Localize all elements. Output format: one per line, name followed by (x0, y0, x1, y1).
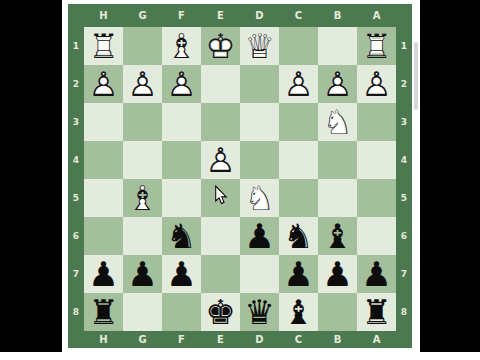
square-h5[interactable] (84, 179, 123, 217)
black-rook-piece[interactable]: ♜ (84, 293, 123, 331)
file-label-c: C (279, 4, 318, 27)
square-e1[interactable]: ♚♔ (201, 27, 240, 65)
letterbox-right-bar (420, 0, 480, 352)
square-e2[interactable] (201, 65, 240, 103)
square-f4[interactable] (162, 141, 201, 179)
file-label-d: D (240, 331, 279, 348)
square-a1[interactable]: ♜♖ (357, 27, 396, 65)
square-a3[interactable] (357, 103, 396, 141)
square-c1[interactable] (279, 27, 318, 65)
rank-label-6: 6 (68, 217, 84, 255)
square-h6[interactable] (84, 217, 123, 255)
black-pawn-piece[interactable]: ♟ (84, 255, 123, 293)
square-b7[interactable]: ♟ (318, 255, 357, 293)
file-label-f: F (162, 331, 201, 348)
square-b4[interactable] (318, 141, 357, 179)
square-f6[interactable]: ♞ (162, 217, 201, 255)
square-b6[interactable]: ♝ (318, 217, 357, 255)
black-king-piece[interactable]: ♚ (201, 293, 240, 331)
square-a2[interactable]: ♟♙ (357, 65, 396, 103)
black-pawn-piece[interactable]: ♟ (357, 255, 396, 293)
piece-outline-glyph: ♖ (84, 27, 123, 65)
rank-label-2: 2 (396, 65, 412, 103)
rank-label-7: 7 (68, 255, 84, 293)
square-c6[interactable]: ♞ (279, 217, 318, 255)
rank-label-1: 1 (396, 27, 412, 65)
piece-outline-glyph: ♗ (123, 179, 162, 217)
square-e7[interactable] (201, 255, 240, 293)
file-label-a: A (357, 4, 396, 27)
rank-label-8: 8 (396, 293, 412, 331)
black-queen-piece[interactable]: ♛ (240, 293, 279, 331)
piece-outline-glyph: ♔ (201, 27, 240, 65)
square-g8[interactable] (123, 293, 162, 331)
square-e4[interactable]: ♟♙ (201, 141, 240, 179)
rank-label-7: 7 (396, 255, 412, 293)
rank-label-3: 3 (396, 103, 412, 141)
square-b3[interactable]: ♞♘ (318, 103, 357, 141)
square-b1[interactable] (318, 27, 357, 65)
piece-outline-glyph: ♙ (123, 65, 162, 103)
square-f3[interactable] (162, 103, 201, 141)
chess-board-frame: HGFEDCBA HGFEDCBA 12345678 12345678 ♜♖♝♗… (68, 4, 412, 348)
square-h1[interactable]: ♜♖ (84, 27, 123, 65)
file-label-g: G (123, 4, 162, 27)
square-e6[interactable] (201, 217, 240, 255)
file-label-e: E (201, 4, 240, 27)
rank-label-3: 3 (68, 103, 84, 141)
white-pawn-piece[interactable]: ♟♙ (123, 65, 162, 103)
rank-label-5: 5 (68, 179, 84, 217)
square-b8[interactable] (318, 293, 357, 331)
piece-glyph: ♟ (162, 255, 201, 293)
white-pawn-piece[interactable]: ♟♙ (84, 65, 123, 103)
square-h8[interactable]: ♜ (84, 293, 123, 331)
piece-outline-glyph: ♙ (201, 141, 240, 179)
white-king-piece[interactable]: ♚♔ (201, 27, 240, 65)
piece-glyph: ♛ (240, 293, 279, 331)
piece-outline-glyph: ♙ (279, 65, 318, 103)
mouse-cursor-icon (214, 185, 228, 205)
file-labels-top: HGFEDCBA (84, 4, 396, 27)
file-label-h: H (84, 331, 123, 348)
piece-outline-glyph: ♘ (240, 179, 279, 217)
white-queen-piece[interactable]: ♛♕ (240, 27, 279, 65)
file-label-e: E (201, 331, 240, 348)
white-rook-piece[interactable]: ♜♖ (84, 27, 123, 65)
letterbox-left-bar (0, 0, 62, 352)
rank-label-2: 2 (68, 65, 84, 103)
square-b2[interactable]: ♟♙ (318, 65, 357, 103)
black-rook-piece[interactable]: ♜ (357, 293, 396, 331)
rank-label-1: 1 (68, 27, 84, 65)
square-c3[interactable] (279, 103, 318, 141)
piece-glyph: ♟ (123, 255, 162, 293)
black-pawn-piece[interactable]: ♟ (279, 255, 318, 293)
piece-glyph: ♞ (162, 217, 201, 255)
square-a8[interactable]: ♜ (357, 293, 396, 331)
rank-label-4: 4 (68, 141, 84, 179)
file-label-f: F (162, 4, 201, 27)
piece-outline-glyph: ♙ (318, 65, 357, 103)
file-labels-bottom: HGFEDCBA (84, 331, 396, 348)
black-bishop-piece[interactable]: ♝ (279, 293, 318, 331)
white-pawn-piece[interactable]: ♟♙ (318, 65, 357, 103)
square-f8[interactable] (162, 293, 201, 331)
white-knight-piece[interactable]: ♞♘ (318, 103, 357, 141)
square-e3[interactable] (201, 103, 240, 141)
square-a4[interactable] (357, 141, 396, 179)
square-c7[interactable]: ♟ (279, 255, 318, 293)
square-d6[interactable]: ♟ (240, 217, 279, 255)
piece-glyph: ♟ (357, 255, 396, 293)
square-d2[interactable] (240, 65, 279, 103)
square-a6[interactable] (357, 217, 396, 255)
file-label-g: G (123, 331, 162, 348)
black-pawn-piece[interactable]: ♟ (318, 255, 357, 293)
black-knight-piece[interactable]: ♞ (162, 217, 201, 255)
piece-glyph: ♟ (318, 255, 357, 293)
piece-glyph: ♟ (279, 255, 318, 293)
piece-glyph: ♜ (84, 293, 123, 331)
square-g5[interactable]: ♝♗ (123, 179, 162, 217)
white-pawn-piece[interactable]: ♟♙ (162, 65, 201, 103)
white-pawn-piece[interactable]: ♟♙ (201, 141, 240, 179)
square-e8[interactable]: ♚ (201, 293, 240, 331)
file-label-a: A (357, 331, 396, 348)
chess-board-squares: ♜♖♝♗♚♔♛♕♜♖♟♙♟♙♟♙♟♙♟♙♟♙♞♘♟♙♝♗♞♘♞♟♞♝♟♟♟♟♟♟… (84, 27, 396, 331)
square-c5[interactable] (279, 179, 318, 217)
square-h3[interactable] (84, 103, 123, 141)
square-d3[interactable] (240, 103, 279, 141)
piece-glyph: ♜ (357, 293, 396, 331)
rank-label-8: 8 (68, 293, 84, 331)
file-label-h: H (84, 4, 123, 27)
white-rook-piece[interactable]: ♜♖ (357, 27, 396, 65)
black-bishop-piece[interactable]: ♝ (318, 217, 357, 255)
square-c2[interactable]: ♟♙ (279, 65, 318, 103)
square-g7[interactable]: ♟ (123, 255, 162, 293)
square-f1[interactable]: ♝♗ (162, 27, 201, 65)
square-d5[interactable]: ♞♘ (240, 179, 279, 217)
white-bishop-piece[interactable]: ♝♗ (162, 27, 201, 65)
square-a7[interactable]: ♟ (357, 255, 396, 293)
square-a5[interactable] (357, 179, 396, 217)
square-d7[interactable] (240, 255, 279, 293)
piece-outline-glyph: ♖ (357, 27, 396, 65)
square-d4[interactable] (240, 141, 279, 179)
white-bishop-piece[interactable]: ♝♗ (123, 179, 162, 217)
piece-outline-glyph: ♙ (162, 65, 201, 103)
black-knight-piece[interactable]: ♞ (279, 217, 318, 255)
file-label-b: B (318, 331, 357, 348)
square-d1[interactable]: ♛♕ (240, 27, 279, 65)
square-f5[interactable] (162, 179, 201, 217)
rank-label-4: 4 (396, 141, 412, 179)
piece-outline-glyph: ♕ (240, 27, 279, 65)
square-g2[interactable]: ♟♙ (123, 65, 162, 103)
black-pawn-piece[interactable]: ♟ (123, 255, 162, 293)
white-knight-piece[interactable]: ♞♘ (240, 179, 279, 217)
rank-label-6: 6 (396, 217, 412, 255)
square-c4[interactable] (279, 141, 318, 179)
square-g6[interactable] (123, 217, 162, 255)
square-g4[interactable] (123, 141, 162, 179)
piece-glyph: ♚ (201, 293, 240, 331)
rank-labels-left: 12345678 (68, 27, 84, 331)
file-label-d: D (240, 4, 279, 27)
white-pawn-piece[interactable]: ♟♙ (357, 65, 396, 103)
piece-glyph: ♟ (240, 217, 279, 255)
white-pawn-piece[interactable]: ♟♙ (279, 65, 318, 103)
scrollbar-fragment[interactable] (414, 42, 418, 110)
black-pawn-piece[interactable]: ♟ (162, 255, 201, 293)
piece-outline-glyph: ♙ (357, 65, 396, 103)
file-label-b: B (318, 4, 357, 27)
square-f2[interactable]: ♟♙ (162, 65, 201, 103)
rank-label-5: 5 (396, 179, 412, 217)
square-f7[interactable]: ♟ (162, 255, 201, 293)
rank-labels-right: 12345678 (396, 27, 412, 331)
square-g3[interactable] (123, 103, 162, 141)
square-g1[interactable] (123, 27, 162, 65)
square-d8[interactable]: ♛ (240, 293, 279, 331)
piece-glyph: ♟ (84, 255, 123, 293)
square-b5[interactable] (318, 179, 357, 217)
square-h4[interactable] (84, 141, 123, 179)
piece-glyph: ♝ (318, 217, 357, 255)
piece-outline-glyph: ♗ (162, 27, 201, 65)
black-pawn-piece[interactable]: ♟ (240, 217, 279, 255)
piece-outline-glyph: ♘ (318, 103, 357, 141)
piece-glyph: ♞ (279, 217, 318, 255)
square-c8[interactable]: ♝ (279, 293, 318, 331)
piece-glyph: ♝ (279, 293, 318, 331)
file-label-c: C (279, 331, 318, 348)
square-h2[interactable]: ♟♙ (84, 65, 123, 103)
piece-outline-glyph: ♙ (84, 65, 123, 103)
square-h7[interactable]: ♟ (84, 255, 123, 293)
